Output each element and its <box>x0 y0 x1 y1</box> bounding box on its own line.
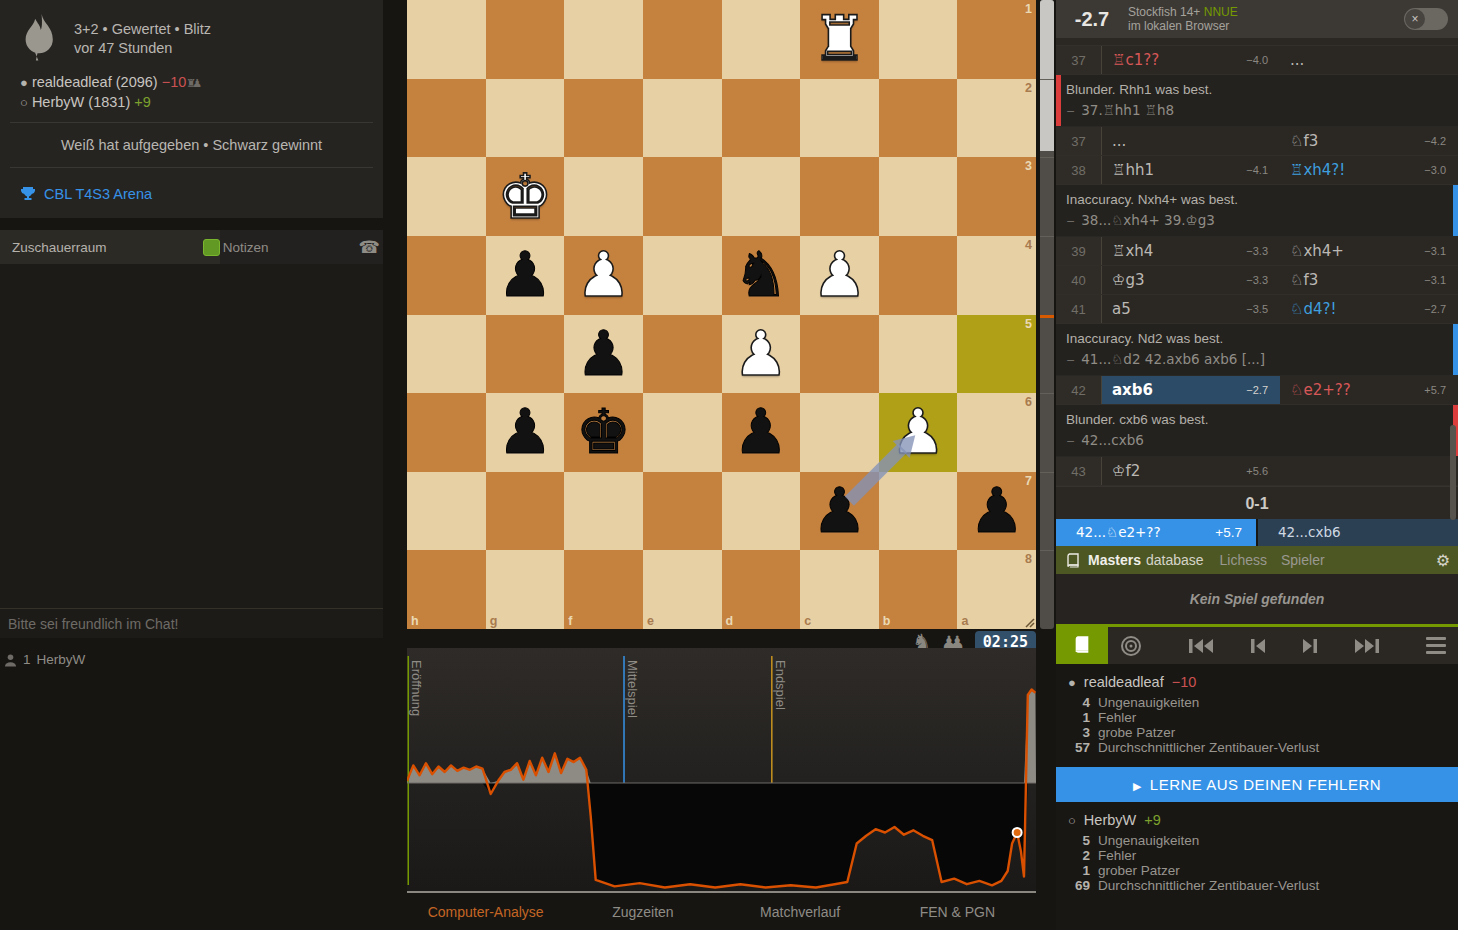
move-42-black[interactable]: ♘e2+??+5.7 <box>1280 376 1458 404</box>
variation-line[interactable]: −42...cxb6 <box>1066 432 1444 448</box>
move-row-41: 41a5−3.5♘d4?!−2.7 <box>1056 295 1458 324</box>
square-f2[interactable] <box>564 79 643 158</box>
move-list: 37♖c1??−4.0...Blunder. Rhh1 was best.−37… <box>1056 38 1458 519</box>
white-advantage-area <box>407 690 1036 784</box>
move-37-black[interactable]: ♘f3−4.2 <box>1280 127 1458 155</box>
move-39-white[interactable]: ♖xh4−3.3 <box>1102 237 1280 265</box>
square-b5[interactable] <box>879 315 958 394</box>
menu-hamburger-icon[interactable] <box>1414 637 1458 654</box>
accuracy-black-block: ○ HerbyW +9 5Ungenauigkeiten2Fehler1grob… <box>1056 802 1458 893</box>
square-a5[interactable]: 5 <box>957 315 1036 394</box>
coord-rank-1: 1 <box>1025 2 1032 16</box>
coord-rank-5: 5 <box>1025 317 1032 331</box>
piece-black-K-f6[interactable]: ♚ <box>564 393 643 472</box>
accuracy-stat-row: 5Ungenauigkeiten <box>1068 833 1458 848</box>
black-disc-icon: ○ <box>1068 813 1076 828</box>
analysis-navbar <box>1056 624 1458 664</box>
coord-file-e: e <box>647 614 654 628</box>
square-g6[interactable]: ♟ <box>486 393 565 472</box>
move-37-white[interactable]: ♖c1??−4.0 <box>1102 46 1280 74</box>
coord-file-h: h <box>411 614 419 628</box>
accuracy-stat-row: 4Ungenauigkeiten <box>1068 695 1458 710</box>
variation-button-2[interactable]: 42...cxb6 <box>1258 519 1458 546</box>
accuracy-stat-row: 69Durchschnittlicher Zentibauer-Verlust <box>1068 878 1458 893</box>
trophy-icon <box>20 186 36 202</box>
square-f8[interactable]: f <box>564 550 643 629</box>
accuracy-stat-row: 1Fehler <box>1068 710 1458 725</box>
game-meta-line2: vor 47 Stunden <box>74 39 211 58</box>
square-d8[interactable]: d <box>722 550 801 629</box>
chart-tab-zugzeiten[interactable]: Zugzeiten <box>564 897 721 930</box>
book-icon <box>1066 553 1080 568</box>
square-d7[interactable] <box>722 472 801 551</box>
square-g4[interactable]: ♟ <box>486 236 565 315</box>
piece-white-P-b6[interactable]: ♟ <box>879 393 958 472</box>
variation-button-1[interactable]: 42...♘e2+??+5.7 <box>1056 519 1256 546</box>
square-f7[interactable] <box>564 472 643 551</box>
judgment-comment: Blunder. cxb6 was best.−42...cxb6 <box>1056 405 1458 457</box>
board-resize-handle[interactable] <box>1023 616 1035 628</box>
square-e4[interactable] <box>643 236 722 315</box>
square-c6[interactable] <box>800 393 879 472</box>
chat-toggle[interactable] <box>203 239 220 256</box>
square-e3[interactable] <box>643 157 722 236</box>
square-c5[interactable] <box>800 315 879 394</box>
variation-line[interactable]: −41...♘d2 42.axb6 axb6 [...] <box>1066 351 1444 367</box>
piece-white-P-c4[interactable]: ♟ <box>800 236 879 315</box>
collapse-variation-icon[interactable]: − <box>1066 105 1075 118</box>
chat-input[interactable] <box>0 608 383 638</box>
square-g7[interactable] <box>486 472 565 551</box>
square-b4[interactable] <box>879 236 958 315</box>
variation-line[interactable]: −38...♘xh4+ 39.♔g3 <box>1066 212 1444 228</box>
result-row: 0-1 <box>1056 486 1458 519</box>
move-37-black[interactable]: ... <box>1280 46 1458 74</box>
eval-chart[interactable]: EröffnungMittelspielEndspiel <box>407 648 1036 893</box>
square-h7[interactable] <box>407 472 486 551</box>
explorer-tab-masters[interactable]: Masters <box>1088 552 1141 568</box>
phone-icon[interactable]: ☎ <box>359 237 380 258</box>
square-c3[interactable] <box>800 157 879 236</box>
white-disc-icon: ● <box>20 75 28 90</box>
move-number: 38 <box>1056 156 1102 184</box>
square-h6[interactable] <box>407 393 486 472</box>
square-f1[interactable] <box>564 0 643 79</box>
analysis-panel: -2.7 Stockfish 14+ NNUE im lokalen Brows… <box>1056 0 1458 930</box>
square-c2[interactable] <box>800 79 879 158</box>
move-41-white[interactable]: a5−3.5 <box>1102 295 1280 323</box>
move-list-scrollbar[interactable] <box>1450 425 1456 520</box>
accuracy-stat-row: 57Durchschnittlicher Zentibauer-Verlust <box>1068 740 1458 755</box>
player-black[interactable]: ○ HerbyW (1831) +9 <box>0 92 383 112</box>
chat-presence: 1 HerbyW <box>4 652 85 667</box>
move-40-black[interactable]: ♘f3−3.1 <box>1280 266 1458 294</box>
gauge-midline-tick <box>1040 315 1054 318</box>
move-row-37: 37♖c1??−4.0... <box>1056 46 1458 75</box>
learn-from-mistakes-button[interactable]: ▶LERNE AUS DEINEN FEHLERN <box>1056 767 1458 802</box>
sidebar: 3+2 • Gewertet • Blitz vor 47 Stunden ● … <box>0 0 383 930</box>
comment-text: Inaccuracy. Nxh4+ was best. <box>1066 192 1444 207</box>
coord-file-c: c <box>804 614 811 628</box>
partial-scrolled-row <box>1056 38 1458 46</box>
coord-rank-2: 2 <box>1025 81 1032 95</box>
square-h3[interactable] <box>407 157 486 236</box>
square-f3[interactable] <box>564 157 643 236</box>
move-row-42: 42axb6−2.7♘e2+??+5.7 <box>1056 376 1458 405</box>
tab-room-label: Zuschauerraum <box>12 240 107 255</box>
piece-white-P-d5[interactable]: ♟ <box>722 315 801 394</box>
game-meta-box: 3+2 • Gewertet • Blitz vor 47 Stunden ● … <box>0 0 383 218</box>
square-g2[interactable] <box>486 79 565 158</box>
last-move-button[interactable] <box>1354 637 1380 655</box>
move-43-white[interactable]: ♔f2+5.6 <box>1102 457 1280 485</box>
accuracy-stat-row: 3grobe Patzer <box>1068 725 1458 740</box>
square-b3[interactable] <box>879 157 958 236</box>
coord-file-d: d <box>726 614 734 628</box>
white-disc-icon: ● <box>1068 675 1076 690</box>
person-icon <box>4 653 17 667</box>
collapse-variation-icon[interactable]: − <box>1066 215 1075 228</box>
square-g3[interactable]: ♚ <box>486 157 565 236</box>
accuracy-stat-row: 1grober Patzer <box>1068 863 1458 878</box>
square-g8[interactable]: g <box>486 550 565 629</box>
move-37-white[interactable]: ... <box>1102 127 1280 155</box>
comment-text: Inaccuracy. Nd2 was best. <box>1066 331 1444 346</box>
square-g1[interactable] <box>486 0 565 79</box>
inaccuracy-bar <box>1453 185 1458 236</box>
move-number: 42 <box>1056 376 1102 404</box>
chat-tabs: Zuschauerraum Notizen ☎ <box>0 230 383 264</box>
chess-board[interactable]: ♜12♚3♟♟♞♟4♟♟5♟♚♟♟6♟7♟hgfedcb8a <box>407 0 1036 629</box>
inaccuracy-bar <box>1453 324 1458 375</box>
piece-black-P-g6[interactable]: ♟ <box>486 393 565 472</box>
phase-label: Endspiel <box>773 660 788 710</box>
blunder-bar <box>1056 75 1061 126</box>
square-f5[interactable]: ♟ <box>564 315 643 394</box>
tab-zuschauerraum[interactable]: Zuschauerraum <box>0 230 220 264</box>
explorer-empty-message: Kein Spiel gefunden <box>1056 574 1458 624</box>
opening-explorer-bar: Masters database Lichess Spieler ⚙ <box>1056 546 1458 574</box>
phase-label: Eröffnung <box>409 660 424 716</box>
piece-black-P-d6[interactable]: ♟ <box>722 393 801 472</box>
square-b2[interactable] <box>879 79 958 158</box>
practice-target-icon[interactable] <box>1108 635 1154 657</box>
explorer-settings-gear-icon[interactable]: ⚙ <box>1436 551 1450 570</box>
coord-rank-8: 8 <box>1025 552 1032 566</box>
tab-notizen[interactable]: Notizen ☎ <box>220 230 383 264</box>
coord-file-a: a <box>961 614 968 628</box>
move-38-white[interactable]: ♖hh1−4.1 <box>1102 156 1280 184</box>
move-40-white[interactable]: ♔g3−3.3 <box>1102 266 1280 294</box>
square-d2[interactable] <box>722 79 801 158</box>
square-c8[interactable]: c <box>800 550 879 629</box>
eval-gauge <box>1040 0 1054 629</box>
move-number: 39 <box>1056 237 1102 265</box>
previous-move-button[interactable] <box>1249 637 1267 655</box>
player-white[interactable]: ● realdeadleaf (2096) −10♜♟ <box>0 72 383 92</box>
move-42-white[interactable]: axb6−2.7 <box>1102 376 1280 404</box>
piece-black-P-g4[interactable]: ♟ <box>486 236 565 315</box>
judgment-comment: Inaccuracy. Nxh4+ was best.−38...♘xh4+ 3… <box>1056 185 1458 237</box>
engine-name: Stockfish 14+ <box>1128 5 1200 19</box>
tab-opening-book[interactable] <box>1056 624 1108 664</box>
judgment-comment: Inaccuracy. Nd2 was best.−41...♘d2 42.ax… <box>1056 324 1458 376</box>
coord-file-f: f <box>568 614 572 628</box>
next-move-button[interactable] <box>1301 637 1319 655</box>
move-41-black[interactable]: ♘d4?!−2.7 <box>1280 295 1458 323</box>
piece-white-K-g3[interactable]: ♚ <box>486 157 565 236</box>
move-row-38: 38♖hh1−4.1♖xh4?!−3.0 <box>1056 156 1458 185</box>
square-e7[interactable] <box>643 472 722 551</box>
square-d6[interactable]: ♟ <box>722 393 801 472</box>
engine-location: im lokalen Browser <box>1128 19 1404 33</box>
judgment-comment: Blunder. Rhh1 was best.−37.♖hh1 ♖h8 <box>1056 75 1458 127</box>
white-rating-diff: −10 <box>162 74 187 90</box>
coord-file-b: b <box>883 614 891 628</box>
move-43-black <box>1280 457 1458 485</box>
move-39-black[interactable]: ♘xh4+−3.1 <box>1280 237 1458 265</box>
square-a4[interactable]: 4 <box>957 236 1036 315</box>
comment-text: Blunder. cxb6 was best. <box>1066 412 1444 427</box>
gauge-tick <box>1040 393 1054 394</box>
comment-text: Blunder. Rhh1 was best. <box>1066 82 1444 97</box>
chart-tab-fen-pgn[interactable]: FEN & PGN <box>879 897 1036 930</box>
square-e1[interactable] <box>643 0 722 79</box>
gauge-tick <box>1040 550 1054 551</box>
play-triangle-icon: ▶ <box>1133 780 1142 792</box>
piece-black-P-a7[interactable]: ♟ <box>957 472 1036 551</box>
chat-messages-area <box>0 264 383 608</box>
move-number: 40 <box>1056 266 1102 294</box>
variation-line[interactable]: −37.♖hh1 ♖h8 <box>1066 102 1444 118</box>
accuracy-stat-row: 2Fehler <box>1068 848 1458 863</box>
first-move-button[interactable] <box>1188 637 1214 655</box>
tournament-link[interactable]: CBL T4S3 Arena <box>44 186 152 202</box>
square-h8[interactable]: h <box>407 550 486 629</box>
explorer-tab-spieler[interactable]: Spieler <box>1281 552 1325 568</box>
square-c1[interactable]: ♜ <box>800 0 879 79</box>
current-move-marker[interactable] <box>1013 828 1022 837</box>
square-h2[interactable] <box>407 79 486 158</box>
game-meta-line1: 3+2 • Gewertet • Blitz <box>74 20 211 39</box>
move-38-black[interactable]: ♖xh4?!−3.0 <box>1280 156 1458 184</box>
square-e2[interactable] <box>643 79 722 158</box>
square-c4[interactable]: ♟ <box>800 236 879 315</box>
move-number: 41 <box>1056 295 1102 323</box>
piece-white-P-f4[interactable]: ♟ <box>564 236 643 315</box>
divider <box>10 167 373 168</box>
square-f6[interactable]: ♚ <box>564 393 643 472</box>
square-h4[interactable] <box>407 236 486 315</box>
engine-eval: -2.7 <box>1056 8 1128 31</box>
presence-count: 1 <box>23 652 31 667</box>
square-b8[interactable]: b <box>879 550 958 629</box>
square-g5[interactable] <box>486 315 565 394</box>
square-c7[interactable]: ♟ <box>800 472 879 551</box>
variation-buttons: 42...♘e2+??+5.742...cxb6 <box>1056 519 1458 546</box>
tab-notes-label: Notizen <box>223 240 269 255</box>
presence-name[interactable]: HerbyW <box>37 652 86 667</box>
accuracy-white-diff: −10 <box>1172 674 1197 690</box>
piece-black-P-f5[interactable]: ♟ <box>564 315 643 394</box>
coord-rank-4: 4 <box>1025 238 1032 252</box>
square-a1[interactable]: 1 <box>957 0 1036 79</box>
square-d3[interactable] <box>722 157 801 236</box>
gauge-tick <box>1040 79 1054 80</box>
accuracy-white-name[interactable]: realdeadleaf <box>1084 674 1164 690</box>
move-number: 43 <box>1056 457 1102 485</box>
gauge-tick <box>1040 472 1054 473</box>
explorer-tab-lichess[interactable]: Lichess <box>1220 552 1267 568</box>
square-e8[interactable]: e <box>643 550 722 629</box>
square-d4[interactable]: ♞ <box>722 236 801 315</box>
chart-tab-computer-analyse[interactable]: Computer-Analyse <box>407 897 564 930</box>
accuracy-black-diff: +9 <box>1144 812 1161 828</box>
coord-rank-3: 3 <box>1025 159 1032 173</box>
engine-header: -2.7 Stockfish 14+ NNUE im lokalen Brows… <box>1056 0 1458 38</box>
coord-rank-6: 6 <box>1025 395 1032 409</box>
square-h5[interactable] <box>407 315 486 394</box>
analysis-tabs: Computer-AnalyseZugzeitenMatchverlaufFEN… <box>407 897 1036 930</box>
square-b7[interactable] <box>879 472 958 551</box>
square-d1[interactable] <box>722 0 801 79</box>
square-e5[interactable] <box>643 315 722 394</box>
blitz-flame-icon <box>20 14 60 62</box>
square-d5[interactable]: ♟ <box>722 315 801 394</box>
move-number: 37 <box>1056 127 1102 155</box>
piece-white-R-c1[interactable]: ♜ <box>800 0 879 79</box>
move-row-37: 37...♘f3−4.2 <box>1056 127 1458 156</box>
collapse-variation-icon[interactable]: − <box>1066 435 1075 448</box>
move-row-43: 43♔f2+5.6 <box>1056 457 1458 486</box>
divider <box>10 122 373 123</box>
piece-black-P-c7[interactable]: ♟ <box>800 472 879 551</box>
coord-file-g: g <box>490 614 498 628</box>
engine-nnue-badge: NNUE <box>1204 5 1238 19</box>
collapse-variation-icon[interactable]: − <box>1066 354 1075 367</box>
move-row-39: 39♖xh4−3.3♘xh4+−3.1 <box>1056 237 1458 266</box>
move-row-40: 40♔g3−3.3♘f3−3.1 <box>1056 266 1458 295</box>
gauge-tick <box>1040 157 1054 158</box>
accuracy-black-name[interactable]: HerbyW <box>1084 812 1136 828</box>
eval-gauge-white <box>1040 0 1054 151</box>
black-disc-icon: ○ <box>20 95 28 110</box>
engine-toggle[interactable]: × <box>1404 8 1448 30</box>
black-advantage-area <box>407 783 1036 888</box>
pieces-icon: ♜♟ <box>186 77 198 89</box>
chart-tab-matchverlauf[interactable]: Matchverlauf <box>722 897 879 930</box>
game-result-text: Weiß hat aufgegeben • Schwarz gewinnt <box>0 133 383 157</box>
square-b6[interactable]: ♟ <box>879 393 958 472</box>
square-h1[interactable] <box>407 0 486 79</box>
square-b1[interactable] <box>879 0 958 79</box>
accuracy-white-block: ● realdeadleaf −10 4Ungenauigkeiten1Fehl… <box>1056 664 1458 755</box>
piece-black-N-d4[interactable]: ♞ <box>722 236 801 315</box>
square-a7[interactable]: 7♟ <box>957 472 1036 551</box>
square-f4[interactable]: ♟ <box>564 236 643 315</box>
book-icon <box>1073 635 1091 654</box>
black-rating-diff: +9 <box>134 94 151 110</box>
square-a3[interactable]: 3 <box>957 157 1036 236</box>
square-a6[interactable]: 6 <box>957 393 1036 472</box>
engine-toggle-knob: × <box>1405 9 1425 29</box>
gauge-tick <box>1040 236 1054 237</box>
phase-label: Mittelspiel <box>625 660 640 718</box>
square-e6[interactable] <box>643 393 722 472</box>
square-a2[interactable]: 2 <box>957 79 1036 158</box>
move-number: 37 <box>1056 46 1102 74</box>
